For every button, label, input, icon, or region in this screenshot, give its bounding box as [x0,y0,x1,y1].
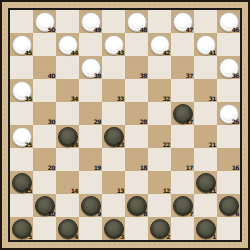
light-square [102,102,125,125]
square-46[interactable]: 46 [217,10,240,33]
square-42[interactable]: 42 [148,33,171,56]
light-square [194,148,217,171]
square-49[interactable]: 49 [79,10,102,33]
square-20[interactable]: 20 [33,148,56,171]
square-27[interactable]: 27 [171,102,194,125]
light-square [148,102,171,125]
square-number-9: 9 [97,210,101,217]
square-number-13: 13 [117,187,124,194]
square-number-34: 34 [71,95,78,102]
light-square [102,194,125,217]
light-square [33,79,56,102]
square-number-41: 41 [209,49,216,56]
light-square [102,148,125,171]
square-number-32: 32 [163,95,170,102]
square-number-17: 17 [186,164,193,171]
square-5[interactable]: 5 [10,217,33,240]
light-square [33,125,56,148]
light-square [194,102,217,125]
light-square [79,125,102,148]
square-33[interactable]: 33 [102,79,125,102]
square-14[interactable]: 14 [56,171,79,194]
square-35[interactable]: 35 [10,79,33,102]
light-square [194,194,217,217]
square-2[interactable]: 2 [148,217,171,240]
light-square [33,33,56,56]
square-number-26: 26 [232,118,239,125]
square-30[interactable]: 30 [33,102,56,125]
square-number-39: 39 [94,72,101,79]
light-square [194,10,217,33]
light-square [10,56,33,79]
square-32[interactable]: 32 [148,79,171,102]
draughts-board: 5049484746454443424140393837363534333231… [0,0,250,250]
square-number-15: 15 [25,187,32,194]
square-number-31: 31 [209,95,216,102]
square-3[interactable]: 3 [102,217,125,240]
square-50[interactable]: 50 [33,10,56,33]
square-17[interactable]: 17 [171,148,194,171]
square-number-16: 16 [232,164,239,171]
square-24[interactable]: 24 [56,125,79,148]
square-number-21: 21 [209,141,216,148]
square-number-12: 12 [163,187,170,194]
square-number-18: 18 [140,164,147,171]
square-number-50: 50 [48,26,55,33]
light-square [102,56,125,79]
board-grid: 5049484746454443424140393837363534333231… [10,10,240,240]
square-18[interactable]: 18 [125,148,148,171]
square-31[interactable]: 31 [194,79,217,102]
square-22[interactable]: 22 [148,125,171,148]
light-square [194,56,217,79]
square-number-3: 3 [120,233,124,240]
light-square [79,217,102,240]
square-6[interactable]: 6 [217,194,240,217]
light-square [33,217,56,240]
square-number-47: 47 [186,26,193,33]
square-number-22: 22 [163,141,170,148]
square-43[interactable]: 43 [102,33,125,56]
light-square [56,148,79,171]
light-square [79,33,102,56]
light-square [217,171,240,194]
square-number-46: 46 [232,26,239,33]
light-square [148,56,171,79]
square-13[interactable]: 13 [102,171,125,194]
light-square [171,171,194,194]
square-number-23: 23 [117,141,124,148]
square-40[interactable]: 40 [33,56,56,79]
square-number-8: 8 [143,210,147,217]
light-square [148,148,171,171]
square-19[interactable]: 19 [79,148,102,171]
square-44[interactable]: 44 [56,33,79,56]
square-number-7: 7 [189,210,193,217]
light-square [217,79,240,102]
light-square [217,33,240,56]
square-25[interactable]: 25 [10,125,33,148]
square-number-43: 43 [117,49,124,56]
square-number-40: 40 [48,72,55,79]
square-36[interactable]: 36 [217,56,240,79]
square-29[interactable]: 29 [79,102,102,125]
light-square [10,194,33,217]
square-number-44: 44 [71,49,78,56]
light-square [125,217,148,240]
board-playing-area: 5049484746454443424140393837363534333231… [8,8,242,242]
square-41[interactable]: 41 [194,33,217,56]
square-number-10: 10 [48,210,55,217]
square-number-29: 29 [94,118,101,125]
square-number-37: 37 [186,72,193,79]
square-number-45: 45 [25,49,32,56]
square-1[interactable]: 1 [194,217,217,240]
light-square [56,194,79,217]
light-square [217,217,240,240]
square-number-33: 33 [117,95,124,102]
light-square [10,148,33,171]
square-number-11: 11 [209,187,216,194]
square-number-1: 1 [212,233,216,240]
square-number-49: 49 [94,26,101,33]
square-10[interactable]: 10 [33,194,56,217]
square-number-28: 28 [140,118,147,125]
square-12[interactable]: 12 [148,171,171,194]
square-38[interactable]: 38 [125,56,148,79]
square-37[interactable]: 37 [171,56,194,79]
square-number-14: 14 [71,187,78,194]
light-square [171,79,194,102]
square-39[interactable]: 39 [79,56,102,79]
light-square [56,102,79,125]
light-square [79,171,102,194]
light-square [125,33,148,56]
light-square [148,10,171,33]
square-21[interactable]: 21 [194,125,217,148]
square-16[interactable]: 16 [217,148,240,171]
square-number-6: 6 [235,210,239,217]
square-48[interactable]: 48 [125,10,148,33]
square-number-25: 25 [25,141,32,148]
light-square [171,217,194,240]
light-square [125,171,148,194]
square-7[interactable]: 7 [171,194,194,217]
square-number-27: 27 [186,118,193,125]
light-square [171,33,194,56]
square-28[interactable]: 28 [125,102,148,125]
light-square [56,10,79,33]
light-square [10,102,33,125]
square-26[interactable]: 26 [217,102,240,125]
square-number-35: 35 [25,95,32,102]
light-square [125,79,148,102]
square-number-30: 30 [48,118,55,125]
light-square [171,125,194,148]
light-square [125,125,148,148]
light-square [33,171,56,194]
square-23[interactable]: 23 [102,125,125,148]
light-square [148,194,171,217]
square-number-4: 4 [74,233,78,240]
square-number-48: 48 [140,26,147,33]
square-number-5: 5 [28,233,32,240]
light-square [217,125,240,148]
square-number-20: 20 [48,164,55,171]
square-number-36: 36 [232,72,239,79]
square-number-19: 19 [94,164,101,171]
square-15[interactable]: 15 [10,171,33,194]
square-4[interactable]: 4 [56,217,79,240]
square-9[interactable]: 9 [79,194,102,217]
square-34[interactable]: 34 [56,79,79,102]
light-square [79,79,102,102]
square-number-24: 24 [71,141,78,148]
light-square [10,10,33,33]
square-11[interactable]: 11 [194,171,217,194]
square-45[interactable]: 45 [10,33,33,56]
square-47[interactable]: 47 [171,10,194,33]
square-number-2: 2 [166,233,170,240]
light-square [102,10,125,33]
square-number-42: 42 [163,49,170,56]
square-number-38: 38 [140,72,147,79]
square-8[interactable]: 8 [125,194,148,217]
light-square [56,56,79,79]
